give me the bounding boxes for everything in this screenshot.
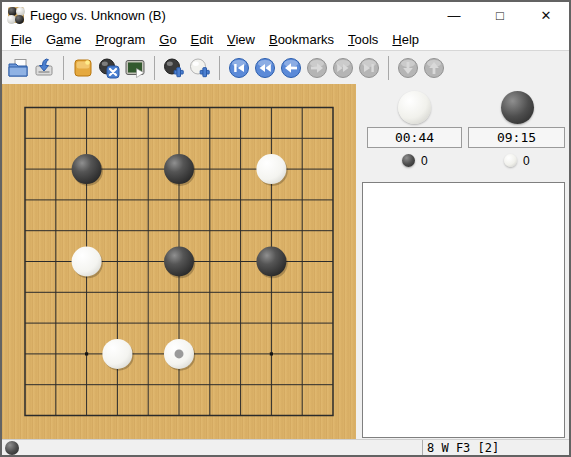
menu-game[interactable]: Game (39, 30, 88, 49)
play-black-icon[interactable] (161, 55, 187, 81)
maximize-button[interactable]: □ (477, 2, 523, 28)
window-controls: — □ ✕ (431, 2, 569, 28)
black-stone-small-icon (402, 154, 415, 167)
forward-10-icon (330, 55, 356, 81)
end-icon (356, 55, 382, 81)
toolbar-separator (388, 56, 389, 80)
window-title: Fuego vs. Unknown (B) (30, 8, 166, 23)
beginning-icon[interactable] (226, 55, 252, 81)
info-panel: 00:44 09:15 0 0 (356, 84, 569, 439)
toolbar-separator (63, 56, 64, 80)
close-button[interactable]: ✕ (523, 2, 569, 28)
white-prisoners: 0 (402, 153, 428, 168)
status-left (2, 440, 422, 455)
status-move-info: 8 W F3 [2] (423, 440, 569, 455)
go-up-icon (421, 55, 447, 81)
menu-bar: FileGameProgramGoEditViewBookmarksToolsH… (2, 28, 569, 51)
comment-box[interactable] (362, 182, 565, 438)
white-clock: 00:44 (367, 127, 462, 148)
menu-help[interactable]: Help (385, 30, 426, 49)
app-icon (8, 7, 24, 23)
save-icon[interactable] (31, 55, 57, 81)
minimize-button[interactable]: — (431, 2, 477, 28)
white-stone-small-icon (504, 154, 517, 167)
play-white-icon[interactable] (187, 55, 213, 81)
toolbar-separator (219, 56, 220, 80)
go-down-icon (395, 55, 421, 81)
forward-icon (304, 55, 330, 81)
app-window: Fuego vs. Unknown (B) — □ ✕ FileGameProg… (0, 0, 571, 457)
white-player-stone-icon (398, 91, 431, 124)
menu-bookmarks[interactable]: Bookmarks (262, 30, 341, 49)
menu-go[interactable]: Go (152, 30, 183, 49)
toolbar-separator (154, 56, 155, 80)
new-game-icon[interactable] (70, 55, 96, 81)
menu-tools[interactable]: Tools (341, 30, 385, 49)
toolbar (2, 51, 569, 84)
menu-edit[interactable]: Edit (184, 30, 220, 49)
menu-file[interactable]: File (4, 30, 39, 49)
turn-indicator-black-stone-icon (5, 441, 19, 455)
status-bar: 8 W F3 [2] (2, 439, 569, 455)
black-player-stone-icon (501, 91, 534, 124)
open-file-icon[interactable] (5, 55, 31, 81)
board-panel (2, 84, 356, 439)
backward-10-icon[interactable] (252, 55, 278, 81)
computer-play-icon[interactable] (122, 55, 148, 81)
menu-program[interactable]: Program (88, 30, 152, 49)
menu-view[interactable]: View (220, 30, 262, 49)
white-prisoners-count: 0 (421, 154, 428, 168)
go-board[interactable] (2, 84, 356, 439)
back-icon[interactable] (278, 55, 304, 81)
black-prisoners: 0 (504, 153, 530, 168)
black-prisoners-count: 0 (523, 154, 530, 168)
main-area: 00:44 09:15 0 0 (2, 84, 569, 439)
title-bar: Fuego vs. Unknown (B) — □ ✕ (2, 2, 569, 28)
black-stone-icon (15, 15, 24, 24)
black-clock: 09:15 (468, 127, 565, 148)
interrupt-icon[interactable] (96, 55, 122, 81)
